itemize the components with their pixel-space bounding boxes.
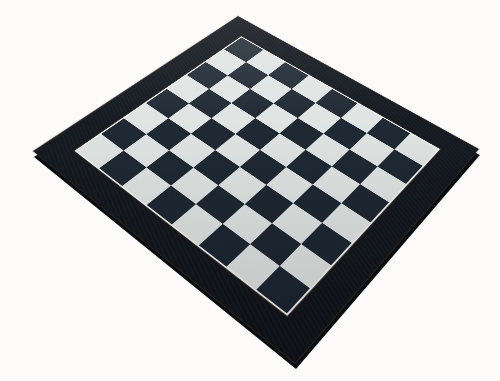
board-grid bbox=[77, 37, 438, 313]
board-playfield bbox=[74, 36, 440, 316]
chess-board bbox=[33, 16, 479, 363]
photo-canvas bbox=[0, 0, 500, 381]
